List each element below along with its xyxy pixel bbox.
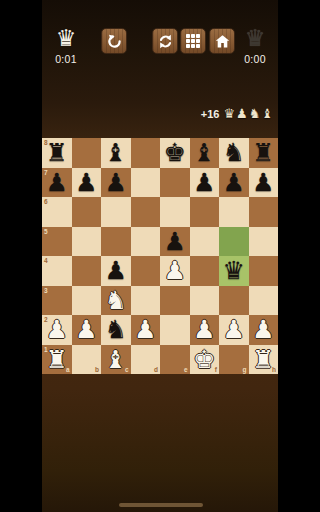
square-h7[interactable]: ♟ — [249, 168, 279, 198]
piece-black-knight-g8[interactable]: ♞ — [219, 138, 249, 168]
piece-black-bishop-f8[interactable]: ♝ — [190, 138, 220, 168]
square-e6[interactable] — [160, 197, 190, 227]
square-b5[interactable] — [72, 227, 102, 257]
square-h1[interactable]: h♜ — [249, 345, 279, 375]
white-queen-icon: ♛ — [49, 26, 83, 51]
captured-white-queen-icon: ♛ — [223, 106, 235, 122]
square-g6[interactable] — [219, 197, 249, 227]
square-d8[interactable] — [131, 138, 161, 168]
white-clock-time: 0:01 — [49, 53, 83, 65]
piece-black-pawn-g7[interactable]: ♟ — [219, 168, 249, 198]
captured-white-pawn-icon: ♟ — [236, 106, 248, 122]
piece-white-pawn-g2[interactable]: ♟ — [219, 315, 249, 345]
piece-white-pawn-a2[interactable]: ♟ — [42, 315, 72, 345]
black-player-clock: ♛ 0:00 — [238, 26, 272, 65]
white-player-clock: ♛ 0:01 — [49, 26, 83, 65]
square-b8[interactable] — [72, 138, 102, 168]
square-e7[interactable] — [160, 168, 190, 198]
rotate-icon — [157, 33, 174, 50]
square-g7[interactable]: ♟ — [219, 168, 249, 198]
restart-icon — [106, 33, 123, 50]
restart-button[interactable] — [101, 28, 127, 54]
square-c3[interactable]: ♞ — [101, 286, 131, 316]
home-button[interactable] — [209, 28, 235, 54]
captured-white-bishop-icon: ♝ — [261, 106, 273, 122]
square-f5[interactable] — [190, 227, 220, 257]
piece-white-bishop-c1[interactable]: ♝ — [101, 345, 131, 375]
square-f3[interactable] — [190, 286, 220, 316]
square-h5[interactable] — [249, 227, 279, 257]
piece-black-pawn-c4[interactable]: ♟ — [101, 256, 131, 286]
home-indicator-bar[interactable] — [119, 503, 203, 507]
piece-black-knight-c2[interactable]: ♞ — [101, 315, 131, 345]
chess-board: 8♜♝♚♝♞♜7♟♟♟♟♟♟65♟4♟♟♛3♞2♟♟♞♟♟♟♟1a♜bc♝def… — [42, 138, 278, 374]
square-e1[interactable]: e — [160, 345, 190, 375]
menu-grid-button[interactable] — [180, 28, 206, 54]
piece-black-rook-a8[interactable]: ♜ — [42, 138, 72, 168]
square-b3[interactable] — [72, 286, 102, 316]
piece-white-pawn-d2[interactable]: ♟ — [131, 315, 161, 345]
rank-label-6: 6 — [44, 198, 48, 205]
piece-black-pawn-h7[interactable]: ♟ — [249, 168, 279, 198]
square-a1[interactable]: 1a♜ — [42, 345, 72, 375]
piece-white-pawn-h2[interactable]: ♟ — [249, 315, 279, 345]
file-label-d: d — [154, 366, 158, 373]
piece-black-pawn-e5[interactable]: ♟ — [160, 227, 190, 257]
app-screen: ♛ 0:01 ♛ 0:00 +16 ♛♟♞♝ 8♜♝♚♝♞♜ — [42, 0, 278, 512]
square-g5[interactable] — [219, 227, 249, 257]
square-d7[interactable] — [131, 168, 161, 198]
rank-label-3: 3 — [44, 287, 48, 294]
square-b6[interactable] — [72, 197, 102, 227]
capture-bar: +16 ♛♟♞♝ — [201, 106, 273, 122]
file-label-b: b — [95, 366, 99, 373]
piece-white-king-f1[interactable]: ♚ — [190, 345, 220, 375]
square-d5[interactable] — [131, 227, 161, 257]
square-a7[interactable]: 7♟ — [42, 168, 72, 198]
grid-icon — [186, 34, 200, 48]
square-h3[interactable] — [249, 286, 279, 316]
material-advantage-label: +16 — [201, 108, 220, 120]
piece-white-knight-c3[interactable]: ♞ — [101, 286, 131, 316]
piece-black-king-e8[interactable]: ♚ — [160, 138, 190, 168]
piece-black-pawn-a7[interactable]: ♟ — [42, 168, 72, 198]
square-g3[interactable] — [219, 286, 249, 316]
black-clock-time: 0:00 — [238, 53, 272, 65]
rank-label-5: 5 — [44, 228, 48, 235]
file-label-g: g — [243, 366, 247, 373]
square-h2[interactable]: ♟ — [249, 315, 279, 345]
file-label-e: e — [184, 366, 188, 373]
square-a5[interactable]: 5 — [42, 227, 72, 257]
square-e4[interactable]: ♟ — [160, 256, 190, 286]
square-c2[interactable]: ♞ — [101, 315, 131, 345]
square-h4[interactable] — [249, 256, 279, 286]
square-c7[interactable]: ♟ — [101, 168, 131, 198]
black-queen-icon: ♛ — [238, 26, 272, 51]
square-f8[interactable]: ♝ — [190, 138, 220, 168]
square-d6[interactable] — [131, 197, 161, 227]
square-f1[interactable]: f♚ — [190, 345, 220, 375]
square-g1[interactable]: g — [219, 345, 249, 375]
square-a8[interactable]: 8♜ — [42, 138, 72, 168]
rank-label-4: 4 — [44, 257, 48, 264]
square-g2[interactable]: ♟ — [219, 315, 249, 345]
flip-board-button[interactable] — [152, 28, 178, 54]
square-b7[interactable]: ♟ — [72, 168, 102, 198]
square-a6[interactable]: 6 — [42, 197, 72, 227]
square-g8[interactable]: ♞ — [219, 138, 249, 168]
home-icon — [214, 33, 231, 50]
square-d4[interactable] — [131, 256, 161, 286]
square-a2[interactable]: 2♟ — [42, 315, 72, 345]
square-c4[interactable]: ♟ — [101, 256, 131, 286]
piece-white-rook-a1[interactable]: ♜ — [42, 345, 72, 375]
piece-black-pawn-c7[interactable]: ♟ — [101, 168, 131, 198]
square-h8[interactable]: ♜ — [249, 138, 279, 168]
square-f2[interactable]: ♟ — [190, 315, 220, 345]
square-b1[interactable]: b — [72, 345, 102, 375]
piece-black-bishop-c8[interactable]: ♝ — [101, 138, 131, 168]
piece-black-pawn-f7[interactable]: ♟ — [190, 168, 220, 198]
square-b4[interactable] — [72, 256, 102, 286]
square-e2[interactable] — [160, 315, 190, 345]
piece-white-rook-h1[interactable]: ♜ — [249, 345, 279, 375]
piece-black-pawn-b7[interactable]: ♟ — [72, 168, 102, 198]
captured-white-knight-icon: ♞ — [249, 106, 261, 122]
square-d2[interactable]: ♟ — [131, 315, 161, 345]
piece-white-pawn-e4[interactable]: ♟ — [160, 256, 190, 286]
square-e8[interactable]: ♚ — [160, 138, 190, 168]
square-f4[interactable] — [190, 256, 220, 286]
square-f7[interactable]: ♟ — [190, 168, 220, 198]
piece-black-rook-h8[interactable]: ♜ — [249, 138, 279, 168]
square-c5[interactable] — [101, 227, 131, 257]
piece-white-pawn-b2[interactable]: ♟ — [72, 315, 102, 345]
square-f6[interactable] — [190, 197, 220, 227]
square-c1[interactable]: c♝ — [101, 345, 131, 375]
square-e5[interactable]: ♟ — [160, 227, 190, 257]
square-g4[interactable]: ♛ — [219, 256, 249, 286]
piece-black-queen-g4[interactable]: ♛ — [219, 256, 249, 286]
square-h6[interactable] — [249, 197, 279, 227]
piece-white-pawn-f2[interactable]: ♟ — [190, 315, 220, 345]
square-c6[interactable] — [101, 197, 131, 227]
square-b2[interactable]: ♟ — [72, 315, 102, 345]
square-e3[interactable] — [160, 286, 190, 316]
square-d1[interactable]: d — [131, 345, 161, 375]
square-a4[interactable]: 4 — [42, 256, 72, 286]
square-d3[interactable] — [131, 286, 161, 316]
square-a3[interactable]: 3 — [42, 286, 72, 316]
square-c8[interactable]: ♝ — [101, 138, 131, 168]
